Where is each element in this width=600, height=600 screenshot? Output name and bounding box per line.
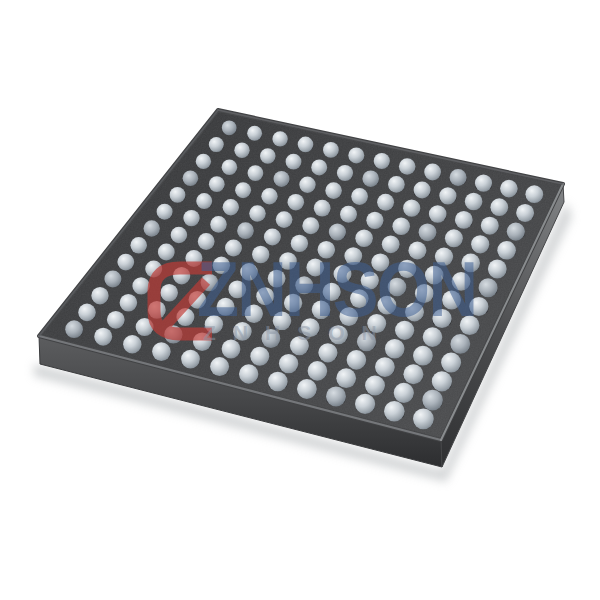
- solder-ball: [337, 165, 353, 181]
- solder-ball: [284, 294, 302, 312]
- solder-ball: [222, 340, 241, 359]
- solder-ball: [452, 272, 471, 291]
- solder-ball: [176, 308, 194, 326]
- solder-ball: [183, 210, 199, 226]
- solder-ball: [432, 309, 451, 328]
- solder-ball: [306, 259, 324, 277]
- solder-ball: [388, 176, 405, 193]
- solder-ball: [196, 193, 212, 209]
- solder-ball: [460, 315, 480, 335]
- solder-ball: [403, 200, 420, 217]
- solder-ball: [196, 154, 211, 169]
- solder-ball: [500, 180, 518, 198]
- solder-ball: [198, 233, 215, 250]
- solder-ball: [158, 244, 175, 261]
- solder-ball: [450, 334, 470, 354]
- solder-ball: [210, 357, 229, 376]
- solder-ball: [312, 301, 331, 320]
- solder-ball: [450, 169, 467, 186]
- solder-ball: [297, 379, 317, 399]
- solder-ball: [326, 386, 346, 406]
- solder-ball: [210, 216, 227, 233]
- solder-ball: [340, 206, 357, 223]
- solder-ball: [384, 401, 405, 422]
- solder-ball: [361, 271, 379, 289]
- solder-ball: [367, 314, 386, 333]
- solder-ball: [318, 241, 336, 259]
- solder-ball: [225, 240, 242, 257]
- solder-ball: [117, 254, 134, 271]
- solder-ball: [298, 137, 314, 153]
- solder-ball: [136, 318, 154, 336]
- solder-ball: [248, 165, 264, 181]
- solder-ball: [272, 131, 287, 146]
- solder-ball: [260, 148, 276, 164]
- solder-ball: [465, 193, 483, 211]
- solder-ball: [181, 350, 200, 369]
- solder-ball: [209, 137, 224, 152]
- solder-ball: [213, 257, 230, 274]
- solder-ball: [308, 361, 328, 381]
- solder-ball: [425, 266, 444, 285]
- solder-ball: [350, 289, 369, 308]
- solder-ball: [295, 276, 313, 294]
- solder-ball: [497, 241, 516, 260]
- solder-ball: [274, 171, 290, 187]
- solder-ball: [78, 304, 96, 322]
- solder-ball: [442, 291, 461, 310]
- solder-ball: [429, 205, 447, 223]
- solder-ball: [378, 296, 397, 315]
- solder-ball: [392, 218, 410, 236]
- solder-ball: [414, 182, 431, 199]
- solder-ball: [339, 307, 358, 326]
- solder-ball: [357, 332, 376, 351]
- solder-ball: [405, 302, 424, 321]
- solder-ball: [394, 383, 414, 403]
- solder-ball: [286, 154, 302, 170]
- solder-ball: [347, 350, 367, 370]
- solder-ball: [481, 217, 499, 235]
- solder-ball: [475, 175, 492, 192]
- solder-ball: [395, 321, 414, 340]
- solder-ball: [288, 194, 305, 211]
- solder-ball: [455, 211, 473, 229]
- solder-ball: [144, 220, 160, 236]
- solder-ball: [323, 283, 341, 301]
- solder-ball: [107, 311, 125, 329]
- solder-ball: [424, 164, 441, 181]
- solder-ball: [388, 278, 407, 297]
- solder-ball: [279, 252, 297, 270]
- solder-ball: [461, 254, 480, 273]
- solder-ball: [235, 182, 251, 198]
- solder-ball: [193, 332, 212, 351]
- solder-ball: [301, 318, 320, 337]
- solder-ball: [250, 347, 269, 366]
- solder-ball: [291, 235, 308, 252]
- solder-ball: [252, 246, 269, 263]
- solder-ball: [264, 229, 281, 246]
- solder-ball: [314, 200, 331, 217]
- solder-ball: [403, 364, 423, 384]
- solder-ball: [104, 270, 121, 287]
- solder-ball: [273, 312, 292, 331]
- solder-ball: [164, 325, 182, 343]
- solder-ball: [228, 281, 246, 299]
- solder-ball: [318, 343, 337, 362]
- solder-ball: [299, 177, 315, 193]
- solder-ball: [94, 328, 112, 346]
- solder-ball: [365, 376, 385, 396]
- solder-ball: [205, 315, 223, 333]
- solder-ball: [355, 229, 373, 247]
- solder-ball: [268, 372, 288, 392]
- solder-ball: [261, 188, 277, 204]
- solder-ball: [375, 357, 395, 377]
- solder-ball: [435, 248, 453, 266]
- solder-ball: [239, 364, 258, 383]
- solder-ball: [223, 199, 239, 215]
- solder-ball: [247, 126, 262, 141]
- solder-ball: [329, 223, 346, 240]
- solder-ball: [422, 390, 443, 411]
- solder-ball: [65, 320, 83, 338]
- solder-ball: [233, 322, 252, 341]
- solder-ball: [183, 170, 199, 186]
- solder-ball: [152, 342, 171, 361]
- solder-ball: [507, 223, 525, 241]
- solder-ball: [374, 153, 390, 169]
- solder-ball: [441, 353, 461, 373]
- solder-ball: [329, 325, 348, 344]
- solder-ball: [415, 284, 434, 303]
- solder-ball: [237, 222, 254, 239]
- solder-ball: [439, 187, 456, 204]
- solder-ball: [366, 212, 383, 229]
- solder-ball: [398, 260, 416, 278]
- solder-ball: [325, 182, 342, 199]
- solder-ball: [377, 194, 394, 211]
- solder-ball: [371, 253, 389, 271]
- solder-ball: [276, 211, 293, 228]
- solder-ball: [399, 158, 416, 175]
- solder-ball: [344, 247, 362, 265]
- solder-ball: [120, 294, 138, 312]
- solder-ball: [336, 368, 356, 388]
- solder-ball: [290, 336, 309, 355]
- solder-ball: [311, 159, 327, 175]
- solder-ball: [362, 170, 379, 187]
- solder-ball: [334, 265, 352, 283]
- solder-ball: [173, 267, 190, 284]
- solder-ball: [432, 371, 452, 391]
- solder-ball: [123, 335, 141, 353]
- solder-ball: [160, 284, 178, 302]
- solder-ball: [488, 260, 507, 279]
- solder-ball: [249, 205, 266, 222]
- solder-ball: [413, 408, 434, 429]
- solder-ball: [471, 235, 489, 253]
- solder-ball: [268, 270, 286, 288]
- solder-ball: [145, 260, 162, 277]
- solder-ball: [302, 217, 319, 234]
- solder-ball: [91, 287, 108, 304]
- solder-ball: [413, 346, 433, 366]
- solder-ball: [171, 227, 188, 244]
- solder-ball: [262, 329, 281, 348]
- solder-ball: [234, 143, 249, 158]
- solder-ball: [469, 297, 488, 316]
- solder-ball: [279, 354, 298, 373]
- solder-ball: [245, 305, 263, 323]
- solder-ball: [130, 237, 147, 254]
- solder-ball: [382, 235, 400, 253]
- bga-chip-image: [0, 0, 600, 600]
- solder-ball: [189, 291, 207, 309]
- solder-ball: [385, 339, 405, 359]
- solder-ball: [445, 229, 463, 247]
- solder-ball: [157, 204, 173, 220]
- solder-ball: [423, 327, 443, 347]
- solder-ball: [222, 120, 237, 135]
- solder-ball: [348, 147, 364, 163]
- solder-ball: [185, 250, 202, 267]
- solder-ball: [132, 277, 149, 294]
- solder-ball: [525, 185, 543, 203]
- solder-ball: [516, 204, 534, 222]
- solder-ball: [240, 263, 258, 281]
- solder-ball: [355, 394, 375, 414]
- solder-ball: [323, 142, 339, 158]
- solder-ball: [170, 187, 186, 203]
- solder-ball: [419, 223, 437, 241]
- solder-ball: [222, 159, 238, 175]
- solder-ball: [148, 301, 166, 319]
- solder-ball: [201, 274, 219, 292]
- solder-ball: [209, 176, 225, 192]
- solder-ball: [479, 278, 498, 297]
- solder-ball: [256, 287, 274, 305]
- product-photo: ZNHSON ZNHSON: [0, 0, 600, 600]
- solder-ball: [408, 242, 426, 260]
- solder-ball: [351, 188, 368, 205]
- solder-ball: [490, 198, 508, 216]
- solder-ball: [217, 298, 235, 316]
